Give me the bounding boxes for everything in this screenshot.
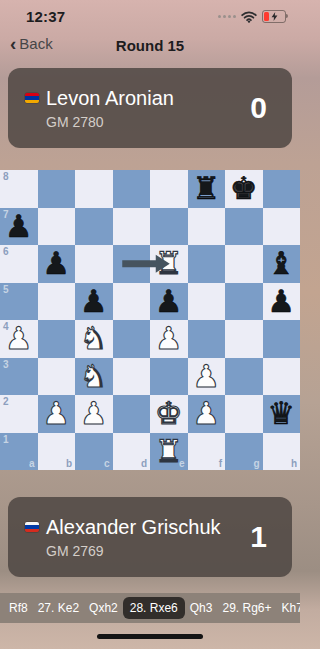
square-a3[interactable]: 3 bbox=[0, 358, 38, 396]
square-c5[interactable]: ♟ bbox=[75, 283, 113, 321]
white-pawn-f2[interactable]: ♟ bbox=[188, 395, 226, 433]
rank-label-3: 3 bbox=[3, 359, 9, 370]
russia-flag-icon bbox=[25, 522, 39, 532]
square-h8[interactable] bbox=[263, 170, 301, 208]
square-c4[interactable]: ♞ bbox=[75, 320, 113, 358]
white-pawn-c2[interactable]: ♟ bbox=[75, 395, 113, 433]
file-label-h: h bbox=[291, 458, 297, 469]
square-b8[interactable] bbox=[38, 170, 76, 208]
square-e1[interactable]: e♜ bbox=[150, 433, 188, 471]
move-item[interactable]: Qh3 bbox=[185, 597, 218, 619]
square-b3[interactable] bbox=[38, 358, 76, 396]
square-e4[interactable]: ♟ bbox=[150, 320, 188, 358]
black-pawn-c5[interactable]: ♟ bbox=[75, 283, 113, 321]
square-a1[interactable]: 1a bbox=[0, 433, 38, 471]
square-c6[interactable] bbox=[75, 245, 113, 283]
armenia-flag-icon bbox=[25, 93, 39, 103]
square-b5[interactable] bbox=[38, 283, 76, 321]
square-d2[interactable] bbox=[113, 395, 151, 433]
square-b1[interactable]: b bbox=[38, 433, 76, 471]
black-king-g8[interactable]: ♚ bbox=[225, 170, 263, 208]
square-d6[interactable] bbox=[113, 245, 151, 283]
square-f3[interactable]: ♟ bbox=[188, 358, 226, 396]
square-f6[interactable] bbox=[188, 245, 226, 283]
chess-board-area: 8♜♚7♟6♟♜♝5♟♟♟4♟♞♟3♞♟2♟♟♚♟♛1abcde♜fgh bbox=[0, 170, 300, 470]
player-rating-bottom: GM 2769 bbox=[46, 543, 250, 559]
square-h2[interactable]: ♛ bbox=[263, 395, 301, 433]
square-e7[interactable] bbox=[150, 208, 188, 246]
black-pawn-b6[interactable]: ♟ bbox=[38, 245, 76, 283]
square-a2[interactable]: 2 bbox=[0, 395, 38, 433]
player-card-bottom: Alexander Grischuk GM 2769 1 bbox=[8, 497, 292, 577]
square-g5[interactable] bbox=[225, 283, 263, 321]
file-label-a: a bbox=[29, 458, 35, 469]
page-title: Round 15 bbox=[0, 37, 300, 54]
player-score-bottom: 1 bbox=[250, 520, 267, 554]
square-a6[interactable]: 6 bbox=[0, 245, 38, 283]
white-pawn-b2[interactable]: ♟ bbox=[38, 395, 76, 433]
square-h5[interactable]: ♟ bbox=[263, 283, 301, 321]
square-a8[interactable]: 8 bbox=[0, 170, 38, 208]
player-score-top: 0 bbox=[250, 91, 267, 125]
move-list-bar: Rf827. Ke2Qxh228. Rxe6Qh329. Rg6+Kh7 bbox=[0, 593, 300, 623]
clock-time: 12:37 bbox=[26, 8, 65, 25]
white-rook-e1[interactable]: ♜ bbox=[150, 433, 188, 471]
rank-label-6: 6 bbox=[3, 246, 9, 257]
square-e5[interactable]: ♟ bbox=[150, 283, 188, 321]
square-b7[interactable] bbox=[38, 208, 76, 246]
cellular-signal-icon bbox=[218, 15, 236, 18]
white-knight-c3[interactable]: ♞ bbox=[75, 358, 113, 396]
rank-label-1: 1 bbox=[3, 434, 9, 445]
player-name-bottom: Alexander Grischuk bbox=[46, 516, 221, 539]
file-label-g: g bbox=[253, 458, 259, 469]
square-b4[interactable] bbox=[38, 320, 76, 358]
rank-label-5: 5 bbox=[3, 284, 9, 295]
square-d8[interactable] bbox=[113, 170, 151, 208]
home-indicator[interactable] bbox=[97, 634, 203, 639]
black-pawn-h5[interactable]: ♟ bbox=[263, 283, 301, 321]
file-label-d: d bbox=[141, 458, 147, 469]
square-c7[interactable] bbox=[75, 208, 113, 246]
wifi-icon bbox=[241, 11, 257, 23]
white-pawn-e4[interactable]: ♟ bbox=[150, 320, 188, 358]
square-f8[interactable]: ♜ bbox=[188, 170, 226, 208]
move-item[interactable]: Qxh2 bbox=[84, 597, 123, 619]
black-pawn-e5[interactable]: ♟ bbox=[150, 283, 188, 321]
square-b6[interactable]: ♟ bbox=[38, 245, 76, 283]
square-g7[interactable] bbox=[225, 208, 263, 246]
square-e6[interactable]: ♜ bbox=[150, 245, 188, 283]
move-item[interactable]: Rf8 bbox=[4, 597, 33, 619]
square-c2[interactable]: ♟ bbox=[75, 395, 113, 433]
black-bishop-h6[interactable]: ♝ bbox=[263, 245, 301, 283]
square-g2[interactable] bbox=[225, 395, 263, 433]
battery-charging-icon bbox=[262, 10, 286, 23]
square-f5[interactable] bbox=[188, 283, 226, 321]
square-e2[interactable]: ♚ bbox=[150, 395, 188, 433]
square-a4[interactable]: 4♟ bbox=[0, 320, 38, 358]
square-f7[interactable] bbox=[188, 208, 226, 246]
square-d1[interactable]: d bbox=[113, 433, 151, 471]
file-label-b: b bbox=[66, 458, 72, 469]
square-d3[interactable] bbox=[113, 358, 151, 396]
square-f2[interactable]: ♟ bbox=[188, 395, 226, 433]
square-g6[interactable] bbox=[225, 245, 263, 283]
square-c1[interactable]: c bbox=[75, 433, 113, 471]
square-h3[interactable] bbox=[263, 358, 301, 396]
status-bar: 12:37 bbox=[0, 0, 300, 32]
square-h1[interactable]: h bbox=[263, 433, 301, 471]
chess-board: 8♜♚7♟6♟♜♝5♟♟♟4♟♞♟3♞♟2♟♟♚♟♛1abcde♜fgh bbox=[0, 170, 300, 470]
square-c8[interactable] bbox=[75, 170, 113, 208]
move-item-selected[interactable]: 28. Rxe6 bbox=[123, 597, 185, 619]
white-knight-c4[interactable]: ♞ bbox=[75, 320, 113, 358]
square-a7[interactable]: 7♟ bbox=[0, 208, 38, 246]
white-pawn-a4[interactable]: ♟ bbox=[0, 320, 38, 358]
square-b2[interactable]: ♟ bbox=[38, 395, 76, 433]
black-queen-h2[interactable]: ♛ bbox=[263, 395, 301, 433]
white-king-e2[interactable]: ♚ bbox=[150, 395, 188, 433]
square-f4[interactable] bbox=[188, 320, 226, 358]
player-rating-top: GM 2780 bbox=[46, 114, 250, 130]
nav-header: ‹ Back Round 15 bbox=[0, 32, 300, 60]
square-e8[interactable] bbox=[150, 170, 188, 208]
file-label-f: f bbox=[219, 458, 222, 469]
square-e3[interactable] bbox=[150, 358, 188, 396]
player-name-top: Levon Aronian bbox=[46, 87, 174, 110]
square-a5[interactable]: 5 bbox=[0, 283, 38, 321]
file-label-c: c bbox=[104, 458, 110, 469]
black-rook-f8[interactable]: ♜ bbox=[188, 170, 226, 208]
square-g4[interactable] bbox=[225, 320, 263, 358]
square-h7[interactable] bbox=[263, 208, 301, 246]
square-g1[interactable]: g bbox=[225, 433, 263, 471]
rank-label-8: 8 bbox=[3, 171, 9, 182]
player-card-top: Levon Aronian GM 2780 0 bbox=[8, 68, 292, 148]
square-h6[interactable]: ♝ bbox=[263, 245, 301, 283]
white-pawn-f3[interactable]: ♟ bbox=[188, 358, 226, 396]
square-g3[interactable] bbox=[225, 358, 263, 396]
square-d4[interactable] bbox=[113, 320, 151, 358]
square-d7[interactable] bbox=[113, 208, 151, 246]
black-pawn-a7[interactable]: ♟ bbox=[0, 208, 38, 246]
square-g8[interactable]: ♚ bbox=[225, 170, 263, 208]
move-item[interactable]: Kh7 bbox=[277, 597, 300, 619]
white-rook-e6[interactable]: ♜ bbox=[150, 245, 188, 283]
square-f1[interactable]: f bbox=[188, 433, 226, 471]
move-item[interactable]: 27. Ke2 bbox=[33, 597, 84, 619]
square-h4[interactable] bbox=[263, 320, 301, 358]
square-d5[interactable] bbox=[113, 283, 151, 321]
square-c3[interactable]: ♞ bbox=[75, 358, 113, 396]
rank-label-2: 2 bbox=[3, 396, 9, 407]
move-item[interactable]: 29. Rg6+ bbox=[217, 597, 276, 619]
